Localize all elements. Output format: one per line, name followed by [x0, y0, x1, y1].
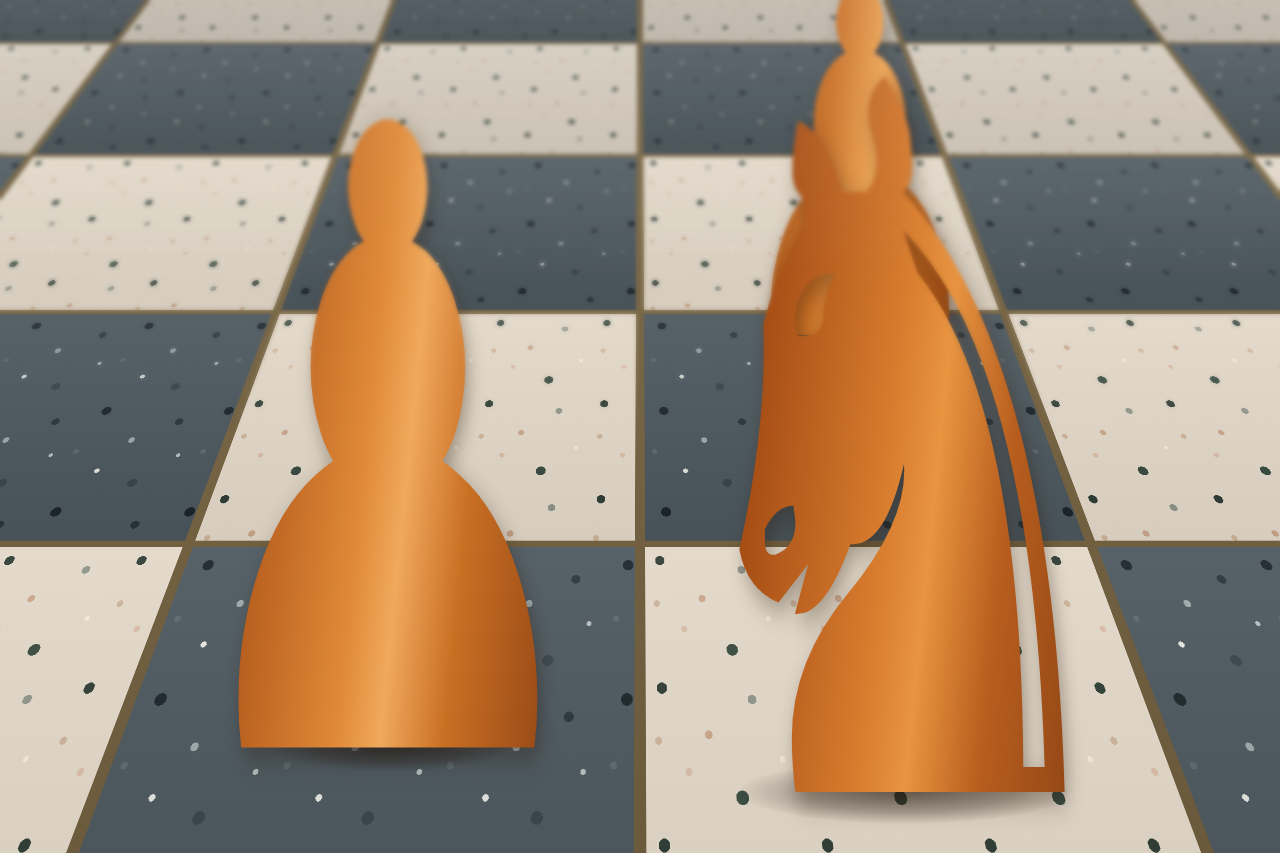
chess-photo-scene: ♟♞♟ — [0, 0, 1280, 853]
wooden-pawn-piece-d4: ♟ — [164, 20, 611, 853]
wooden-knight-piece-e4: ♞ — [647, 0, 1157, 853]
